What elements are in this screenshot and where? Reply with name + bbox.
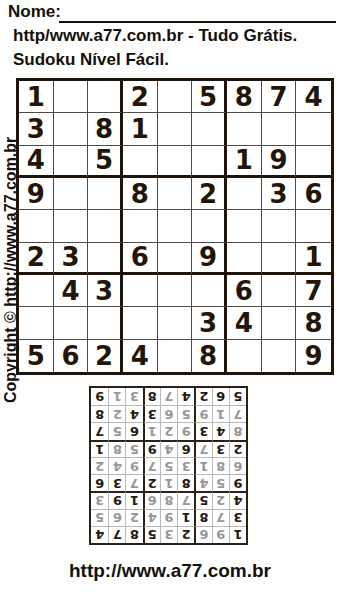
puzzle-cell-r3c4 [123,146,158,178]
puzzle-cell-r8c9: 8 [296,307,331,339]
solution-cell-r1c7: 8 [125,526,142,543]
solution-cell-r1c9: 4 [91,526,108,543]
puzzle-cell-r3c5 [158,146,193,178]
solution-cell-r9c6: 8 [143,388,160,405]
puzzle-cell-r4c8: 3 [262,178,297,210]
solution-cell-r6c1: 2 [229,440,246,457]
solution-cell-r5c3: 1 [194,457,211,474]
puzzle-cell-r8c7: 4 [227,307,262,339]
solution-cell-r7c2: 4 [212,422,229,439]
solution-cell-r7c3: 3 [194,422,211,439]
solution-cell-r1c3: 6 [194,526,211,543]
puzzle-cell-r9c3: 2 [88,340,123,372]
puzzle-cell-r7c9: 7 [296,275,331,307]
solution-cell-r2c6: 4 [143,509,160,526]
solution-grid-rotated: 1962358743781942654257861939548127366813… [89,386,248,545]
puzzle-cell-r8c5 [158,307,193,339]
solution-cell-r2c7: 2 [125,509,142,526]
solution-cell-r3c8: 9 [108,491,125,508]
puzzle-cell-r8c2 [54,307,89,339]
puzzle-cell-r6c1: 2 [19,243,54,275]
puzzle-cell-r8c3 [88,307,123,339]
solution-cell-r8c5: 6 [160,405,177,422]
puzzle-cell-r5c8 [262,210,297,242]
puzzle-cell-r4c9: 6 [296,178,331,210]
solution-cell-r5c1: 6 [229,457,246,474]
puzzle-cell-r9c9: 9 [296,340,331,372]
puzzle-cell-r9c1: 5 [19,340,54,372]
puzzle-cell-r1c9: 4 [296,81,331,113]
solution-cell-r1c6: 5 [143,526,160,543]
solution-cell-r8c6: 3 [143,405,160,422]
solution-cell-r2c1: 3 [229,509,246,526]
solution-cell-r8c2: 1 [212,405,229,422]
footer-url: http://www.a77.com.br [0,560,340,582]
puzzle-cell-r1c3 [88,81,123,113]
puzzle-cell-r8c1 [19,307,54,339]
solution-cell-r6c3: 7 [194,440,211,457]
puzzle-cell-r7c4 [123,275,158,307]
puzzle-cell-r5c3 [88,210,123,242]
solution-cell-r4c4: 8 [177,474,194,491]
solution-cell-r7c5: 2 [160,422,177,439]
solution-cell-r4c5: 1 [160,474,177,491]
solution-cell-r3c3: 5 [194,491,211,508]
puzzle-cell-r6c6: 9 [192,243,227,275]
puzzle-cell-r3c2 [54,146,89,178]
solution-cell-r9c8: 1 [108,388,125,405]
solution-cell-r3c1: 4 [229,491,246,508]
solution-cell-r9c2: 6 [212,388,229,405]
solution-cell-r3c4: 7 [177,491,194,508]
puzzle-cell-r4c3 [88,178,123,210]
solution-cell-r3c9: 3 [91,491,108,508]
puzzle-cell-r6c7 [227,243,262,275]
solution-cell-r6c4: 6 [177,440,194,457]
solution-cell-r2c2: 7 [212,509,229,526]
puzzle-cell-r6c3 [88,243,123,275]
puzzle-cell-r2c7 [227,113,262,145]
site-title: http/www.a77.com.br - Tudo Grátis. [13,26,297,46]
solution-cell-r6c8: 8 [108,440,125,457]
solution-cell-r8c4: 5 [177,405,194,422]
solution-cell-r2c4: 1 [177,509,194,526]
puzzle-cell-r5c2 [54,210,89,242]
solution-cell-r2c8: 6 [108,509,125,526]
puzzle-cell-r7c8 [262,275,297,307]
solution-cell-r3c5: 8 [160,491,177,508]
solution-cell-r5c2: 8 [212,457,229,474]
puzzle-cell-r9c4: 4 [123,340,158,372]
solution-cell-r8c7: 4 [125,405,142,422]
puzzle-cell-r9c8 [262,340,297,372]
solution-cell-r9c5: 7 [160,388,177,405]
solution-cell-r2c3: 8 [194,509,211,526]
puzzle-cell-r6c8 [262,243,297,275]
puzzle-cell-r4c7 [227,178,262,210]
puzzle-cell-r7c1 [19,275,54,307]
solution-cell-r6c2: 3 [212,440,229,457]
solution-cell-r3c6: 6 [143,491,160,508]
puzzle-cell-r4c2 [54,178,89,210]
puzzle-cell-r2c4: 1 [123,113,158,145]
puzzle-cell-r2c2 [54,113,89,145]
puzzle-cell-r2c3: 8 [88,113,123,145]
solution-cell-r7c6: 1 [143,422,160,439]
difficulty-title: Sudoku Nível Fácil. [13,50,169,70]
puzzle-cell-r5c4 [123,210,158,242]
puzzle-cell-r7c3: 3 [88,275,123,307]
solution-cell-r9c4: 4 [177,388,194,405]
puzzle-cell-r8c6: 3 [192,307,227,339]
solution-cell-r3c2: 2 [212,491,229,508]
name-label: Nome: [8,2,61,22]
solution-cell-r2c9: 5 [91,509,108,526]
solution-cell-r7c8: 5 [108,422,125,439]
puzzle-cell-r7c6 [192,275,227,307]
solution-cell-r5c6: 7 [143,457,160,474]
puzzle-cell-r9c2: 6 [54,340,89,372]
puzzle-cell-r7c2: 4 [54,275,89,307]
name-write-line [59,21,336,23]
solution-cell-r1c8: 7 [108,526,125,543]
solution-cell-r5c8: 4 [108,457,125,474]
puzzle-cell-r3c9 [296,146,331,178]
solution-cell-r1c5: 3 [160,526,177,543]
solution-cell-r4c7: 7 [125,474,142,491]
solution-cell-r2c5: 9 [160,509,177,526]
puzzle-cell-r5c7 [227,210,262,242]
puzzle-cell-r5c5 [158,210,193,242]
solution-cell-r1c1: 1 [229,526,246,543]
puzzle-cell-r4c1: 9 [19,178,54,210]
puzzle-cell-r8c4 [123,307,158,339]
solution-cell-r5c9: 2 [91,457,108,474]
sudoku-print-page: Nome: http/www.a77.com.br - Tudo Grátis.… [0,0,340,596]
puzzle-cell-r2c5 [158,113,193,145]
solution-cell-r7c7: 6 [125,422,142,439]
solution-cell-r5c7: 9 [125,457,142,474]
puzzle-cell-r2c6 [192,113,227,145]
puzzle-cell-r1c5 [158,81,193,113]
puzzle-cell-r5c6 [192,210,227,242]
solution-cell-r6c9: 1 [91,440,108,457]
solution-cell-r4c6: 2 [143,474,160,491]
puzzle-cell-r1c6: 5 [192,81,227,113]
solution-cell-r9c9: 9 [91,388,108,405]
solution-cell-r6c5: 4 [160,440,177,457]
puzzle-cell-r2c9 [296,113,331,145]
puzzle-cell-r9c5 [158,340,193,372]
puzzle-cell-r9c7 [227,340,262,372]
puzzle-cell-r2c8 [262,113,297,145]
puzzle-cell-r5c1 [19,210,54,242]
solution-cell-r6c6: 9 [143,440,160,457]
solution-cell-r1c4: 2 [177,526,194,543]
solution-cell-r7c4: 9 [177,422,194,439]
solution-cell-r6c7: 5 [125,440,142,457]
puzzle-cell-r3c8: 9 [262,146,297,178]
puzzle-cell-r3c7: 1 [227,146,262,178]
solution-cell-r7c9: 7 [91,422,108,439]
solution-cell-r4c1: 9 [229,474,246,491]
puzzle-cell-r2c1: 3 [19,113,54,145]
puzzle-cell-r5c9 [296,210,331,242]
solution-cell-r4c3: 4 [194,474,211,491]
puzzle-cell-r1c4: 2 [123,81,158,113]
puzzle-cell-r4c4: 8 [123,178,158,210]
solution-cell-r9c1: 5 [229,388,246,405]
solution-cell-r5c5: 5 [160,457,177,474]
puzzle-cell-r1c7: 8 [227,81,262,113]
solution-cell-r7c1: 8 [229,422,246,439]
solution-cell-r8c3: 9 [194,405,211,422]
solution-cell-r4c9: 6 [91,474,108,491]
puzzle-cell-r4c5 [158,178,193,210]
puzzle-cell-r7c5 [158,275,193,307]
solution-cell-r8c9: 8 [91,405,108,422]
solution-cell-r8c8: 2 [108,405,125,422]
puzzle-cell-r1c2 [54,81,89,113]
puzzle-cell-r3c6 [192,146,227,178]
solution-cell-r4c2: 5 [212,474,229,491]
solution-cell-r3c7: 1 [125,491,142,508]
puzzle-cell-r6c5 [158,243,193,275]
puzzle-cell-r3c3: 5 [88,146,123,178]
puzzle-cell-r3c1: 4 [19,146,54,178]
puzzle-cell-r4c6: 2 [192,178,227,210]
puzzle-cell-r1c8: 7 [262,81,297,113]
main-sudoku-grid: 125874381451998236236914367348562489 [16,78,334,375]
puzzle-cell-r7c7: 6 [227,275,262,307]
puzzle-cell-r6c9: 1 [296,243,331,275]
solution-cell-r4c8: 3 [108,474,125,491]
puzzle-cell-r1c1: 1 [19,81,54,113]
copyright-vertical-text: Copyright © http://www.a77.com.br [2,83,19,403]
solution-cell-r5c4: 3 [177,457,194,474]
solution-cell-r1c2: 9 [212,526,229,543]
solution-cell-r9c7: 3 [125,388,142,405]
solution-cell-r9c3: 2 [194,388,211,405]
puzzle-cell-r6c4: 6 [123,243,158,275]
puzzle-cell-r6c2: 3 [54,243,89,275]
puzzle-cell-r8c8 [262,307,297,339]
puzzle-cell-r9c6: 8 [192,340,227,372]
solution-cell-r8c1: 7 [229,405,246,422]
